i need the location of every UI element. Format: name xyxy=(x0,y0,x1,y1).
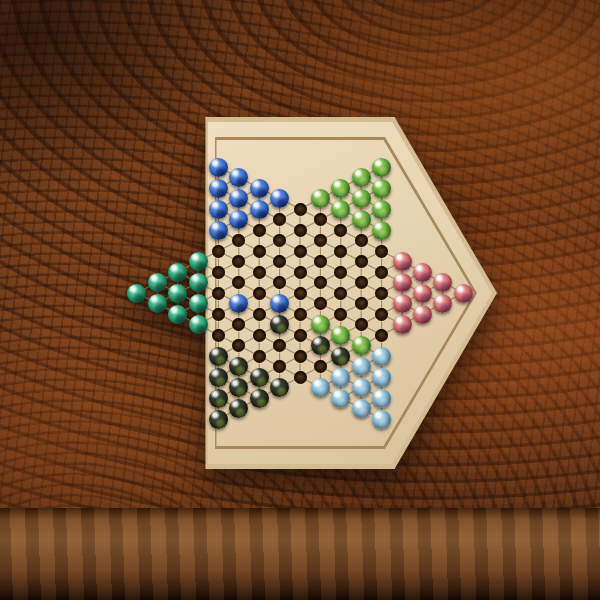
marble-teal[interactable] xyxy=(189,294,208,313)
marble-green[interactable] xyxy=(331,179,350,198)
marble-black[interactable] xyxy=(250,368,269,387)
marble-black[interactable] xyxy=(250,389,269,408)
board-hole[interactable] xyxy=(294,224,307,237)
marble-light-blue[interactable] xyxy=(372,368,391,387)
board-hole[interactable] xyxy=(334,224,347,237)
board-hole[interactable] xyxy=(294,308,307,321)
marble-black[interactable] xyxy=(209,410,228,429)
board-hole[interactable] xyxy=(273,213,286,226)
marble-teal[interactable] xyxy=(189,315,208,334)
board-hole[interactable] xyxy=(355,297,368,310)
board-hole[interactable] xyxy=(355,255,368,268)
marble-green[interactable] xyxy=(311,189,330,208)
marble-teal[interactable] xyxy=(168,305,187,324)
board-hole[interactable] xyxy=(294,371,307,384)
marble-dark-blue[interactable] xyxy=(209,200,228,219)
marble-teal[interactable] xyxy=(189,273,208,292)
marble-teal[interactable] xyxy=(168,263,187,282)
marble-red[interactable] xyxy=(454,284,473,303)
marble-black[interactable] xyxy=(270,315,289,334)
marble-red[interactable] xyxy=(393,252,412,271)
board-hole[interactable] xyxy=(253,245,266,258)
marble-green[interactable] xyxy=(352,168,371,187)
board-hole[interactable] xyxy=(314,255,327,268)
board-hole[interactable] xyxy=(212,287,225,300)
marble-light-blue[interactable] xyxy=(352,399,371,418)
board-hole[interactable] xyxy=(294,329,307,342)
board-hole[interactable] xyxy=(212,245,225,258)
board-hole[interactable] xyxy=(375,308,388,321)
marble-black[interactable] xyxy=(209,347,228,366)
board-hole[interactable] xyxy=(375,266,388,279)
marble-light-blue[interactable] xyxy=(372,389,391,408)
marble-light-blue[interactable] xyxy=(352,357,371,376)
marble-black[interactable] xyxy=(331,347,350,366)
board-hole[interactable] xyxy=(273,276,286,289)
board-hole[interactable] xyxy=(375,329,388,342)
marble-red[interactable] xyxy=(393,273,412,292)
table-front-edge xyxy=(0,508,600,600)
marble-black[interactable] xyxy=(209,389,228,408)
marble-teal[interactable] xyxy=(189,252,208,271)
marble-green[interactable] xyxy=(372,200,391,219)
board-hole[interactable] xyxy=(355,276,368,289)
board-hole[interactable] xyxy=(253,266,266,279)
marble-green[interactable] xyxy=(352,189,371,208)
marble-light-blue[interactable] xyxy=(311,378,330,397)
board-hole[interactable] xyxy=(273,360,286,373)
board-hole[interactable] xyxy=(212,266,225,279)
marble-light-blue[interactable] xyxy=(352,378,371,397)
marble-black[interactable] xyxy=(270,378,289,397)
marble-green[interactable] xyxy=(331,326,350,345)
marble-red[interactable] xyxy=(413,284,432,303)
marble-dark-blue[interactable] xyxy=(209,179,228,198)
board-hole[interactable] xyxy=(212,329,225,342)
marble-light-blue[interactable] xyxy=(331,389,350,408)
marble-dark-blue[interactable] xyxy=(209,221,228,240)
board-hole[interactable] xyxy=(294,203,307,216)
marble-light-blue[interactable] xyxy=(331,368,350,387)
marble-teal[interactable] xyxy=(127,284,146,303)
marble-red[interactable] xyxy=(393,315,412,334)
marble-teal[interactable] xyxy=(148,294,167,313)
board-hole[interactable] xyxy=(253,287,266,300)
marble-teal[interactable] xyxy=(148,273,167,292)
marble-dark-blue[interactable] xyxy=(270,294,289,313)
board-hole[interactable] xyxy=(334,308,347,321)
board-hole[interactable] xyxy=(314,234,327,247)
board-hole[interactable] xyxy=(273,339,286,352)
board-hole[interactable] xyxy=(355,318,368,331)
board-hole[interactable] xyxy=(314,276,327,289)
board-hole[interactable] xyxy=(212,308,225,321)
marble-light-blue[interactable] xyxy=(372,410,391,429)
marble-black[interactable] xyxy=(209,368,228,387)
board-hole[interactable] xyxy=(294,287,307,300)
marble-green[interactable] xyxy=(372,179,391,198)
marble-dark-blue[interactable] xyxy=(209,158,228,177)
marble-red[interactable] xyxy=(393,294,412,313)
marble-dark-blue[interactable] xyxy=(250,179,269,198)
board-hole[interactable] xyxy=(253,308,266,321)
marble-teal[interactable] xyxy=(168,284,187,303)
board-hole[interactable] xyxy=(314,213,327,226)
board-hole[interactable] xyxy=(294,350,307,363)
board-hole[interactable] xyxy=(273,255,286,268)
board-hole[interactable] xyxy=(314,360,327,373)
marble-black[interactable] xyxy=(311,336,330,355)
board-hole[interactable] xyxy=(355,234,368,247)
board-hole[interactable] xyxy=(253,224,266,237)
marble-dark-blue[interactable] xyxy=(270,189,289,208)
board-hole[interactable] xyxy=(375,245,388,258)
board-hole[interactable] xyxy=(273,234,286,247)
board-hole[interactable] xyxy=(334,245,347,258)
board-hole[interactable] xyxy=(294,245,307,258)
board-hole[interactable] xyxy=(253,350,266,363)
board-hole[interactable] xyxy=(375,287,388,300)
marble-green[interactable] xyxy=(372,158,391,177)
board-hole[interactable] xyxy=(334,266,347,279)
marble-dark-blue[interactable] xyxy=(250,200,269,219)
board-hole[interactable] xyxy=(294,266,307,279)
marble-green[interactable] xyxy=(311,315,330,334)
marble-red[interactable] xyxy=(413,263,432,282)
marble-green[interactable] xyxy=(352,210,371,229)
board-hole[interactable] xyxy=(334,287,347,300)
board-hole[interactable] xyxy=(314,297,327,310)
marble-red[interactable] xyxy=(413,305,432,324)
board-hole[interactable] xyxy=(253,329,266,342)
marble-green[interactable] xyxy=(331,200,350,219)
marble-light-blue[interactable] xyxy=(372,347,391,366)
marble-green[interactable] xyxy=(372,221,391,240)
board-wrapper xyxy=(103,117,497,469)
marble-green[interactable] xyxy=(352,336,371,355)
photo-scene xyxy=(0,0,600,600)
